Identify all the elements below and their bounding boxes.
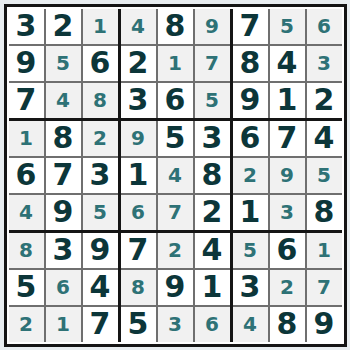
page-background: 3219567484892173657568439121826734959531… xyxy=(0,0,350,350)
cell-r5c5[interactable]: 4 xyxy=(158,158,193,193)
cell-r3c4[interactable]: 3 xyxy=(121,83,156,118)
cell-r1c8[interactable]: 5 xyxy=(270,9,305,44)
cell-r2c9[interactable]: 3 xyxy=(307,46,342,81)
cell-r4c2[interactable]: 8 xyxy=(46,121,81,156)
cell-r5c2[interactable]: 7 xyxy=(46,158,81,193)
cell-r2c7[interactable]: 8 xyxy=(233,46,268,81)
cell-r7c5[interactable]: 2 xyxy=(158,233,193,268)
cell-r2c1[interactable]: 9 xyxy=(9,46,44,81)
cell-r8c2[interactable]: 6 xyxy=(46,270,81,305)
cell-r2c8[interactable]: 4 xyxy=(270,46,305,81)
cell-r3c9[interactable]: 2 xyxy=(307,83,342,118)
box-r1c3: 756843912 xyxy=(233,9,342,118)
cell-r4c6[interactable]: 3 xyxy=(195,121,230,156)
cell-r5c7[interactable]: 2 xyxy=(233,158,268,193)
cell-r8c5[interactable]: 9 xyxy=(158,270,193,305)
cell-r6c1[interactable]: 4 xyxy=(9,195,44,230)
cell-r4c7[interactable]: 6 xyxy=(233,121,268,156)
cell-r3c6[interactable]: 5 xyxy=(195,83,230,118)
cell-r3c5[interactable]: 6 xyxy=(158,83,193,118)
cell-r7c6[interactable]: 4 xyxy=(195,233,230,268)
cell-r9c5[interactable]: 3 xyxy=(158,307,193,342)
cell-r4c1[interactable]: 1 xyxy=(9,121,44,156)
cell-r2c5[interactable]: 1 xyxy=(158,46,193,81)
cell-r8c7[interactable]: 3 xyxy=(233,270,268,305)
cell-r1c1[interactable]: 3 xyxy=(9,9,44,44)
cell-r3c1[interactable]: 7 xyxy=(9,83,44,118)
cell-r5c4[interactable]: 1 xyxy=(121,158,156,193)
box-r3c3: 561327489 xyxy=(233,233,342,342)
cell-r9c7[interactable]: 4 xyxy=(233,307,268,342)
cell-r8c4[interactable]: 8 xyxy=(121,270,156,305)
cell-r9c6[interactable]: 6 xyxy=(195,307,230,342)
cell-r1c5[interactable]: 8 xyxy=(158,9,193,44)
cell-r6c2[interactable]: 9 xyxy=(46,195,81,230)
cell-r6c9[interactable]: 8 xyxy=(307,195,342,230)
cell-r3c7[interactable]: 9 xyxy=(233,83,268,118)
cell-r1c9[interactable]: 6 xyxy=(307,9,342,44)
cell-r9c1[interactable]: 2 xyxy=(9,307,44,342)
cell-r4c4[interactable]: 9 xyxy=(121,121,156,156)
box-r3c1: 839564217 xyxy=(9,233,118,342)
cell-r5c3[interactable]: 3 xyxy=(83,158,118,193)
cell-r7c3[interactable]: 9 xyxy=(83,233,118,268)
cell-r7c7[interactable]: 5 xyxy=(233,233,268,268)
cell-r4c3[interactable]: 2 xyxy=(83,121,118,156)
cell-r5c9[interactable]: 5 xyxy=(307,158,342,193)
cell-r6c3[interactable]: 5 xyxy=(83,195,118,230)
cell-r3c3[interactable]: 8 xyxy=(83,83,118,118)
cell-r2c2[interactable]: 5 xyxy=(46,46,81,81)
cell-r4c5[interactable]: 5 xyxy=(158,121,193,156)
cell-r9c8[interactable]: 8 xyxy=(270,307,305,342)
cell-r8c1[interactable]: 5 xyxy=(9,270,44,305)
cell-r7c9[interactable]: 1 xyxy=(307,233,342,268)
cell-r8c8[interactable]: 2 xyxy=(270,270,305,305)
cell-r2c6[interactable]: 7 xyxy=(195,46,230,81)
cell-r6c8[interactable]: 3 xyxy=(270,195,305,230)
box-r1c2: 489217365 xyxy=(121,9,230,118)
cell-r5c6[interactable]: 8 xyxy=(195,158,230,193)
cell-r9c3[interactable]: 7 xyxy=(83,307,118,342)
box-r2c2: 953148672 xyxy=(121,121,230,230)
cell-r6c4[interactable]: 6 xyxy=(121,195,156,230)
cell-r1c6[interactable]: 9 xyxy=(195,9,230,44)
board-frame: 3219567484892173657568439121826734959531… xyxy=(4,4,347,347)
sudoku-board: 3219567484892173657568439121826734959531… xyxy=(9,9,342,342)
cell-r1c4[interactable]: 4 xyxy=(121,9,156,44)
cell-r9c4[interactable]: 5 xyxy=(121,307,156,342)
box-r2c3: 674295138 xyxy=(233,121,342,230)
cell-r5c8[interactable]: 9 xyxy=(270,158,305,193)
cell-r1c3[interactable]: 1 xyxy=(83,9,118,44)
cell-r3c2[interactable]: 4 xyxy=(46,83,81,118)
cell-r1c7[interactable]: 7 xyxy=(233,9,268,44)
cell-r8c6[interactable]: 1 xyxy=(195,270,230,305)
cell-r7c1[interactable]: 8 xyxy=(9,233,44,268)
box-r2c1: 182673495 xyxy=(9,121,118,230)
cell-r2c4[interactable]: 2 xyxy=(121,46,156,81)
cell-r6c7[interactable]: 1 xyxy=(233,195,268,230)
cell-r7c8[interactable]: 6 xyxy=(270,233,305,268)
cell-r9c9[interactable]: 9 xyxy=(307,307,342,342)
cell-r2c3[interactable]: 6 xyxy=(83,46,118,81)
cell-r8c3[interactable]: 4 xyxy=(83,270,118,305)
cell-r7c2[interactable]: 3 xyxy=(46,233,81,268)
cell-r4c9[interactable]: 4 xyxy=(307,121,342,156)
box-r1c1: 321956748 xyxy=(9,9,118,118)
cell-r6c5[interactable]: 7 xyxy=(158,195,193,230)
cell-r9c2[interactable]: 1 xyxy=(46,307,81,342)
cell-r8c9[interactable]: 7 xyxy=(307,270,342,305)
cell-r5c1[interactable]: 6 xyxy=(9,158,44,193)
cell-r7c4[interactable]: 7 xyxy=(121,233,156,268)
cell-r1c2[interactable]: 2 xyxy=(46,9,81,44)
cell-r4c8[interactable]: 7 xyxy=(270,121,305,156)
cell-r3c8[interactable]: 1 xyxy=(270,83,305,118)
box-r3c2: 724891536 xyxy=(121,233,230,342)
cell-r6c6[interactable]: 2 xyxy=(195,195,230,230)
